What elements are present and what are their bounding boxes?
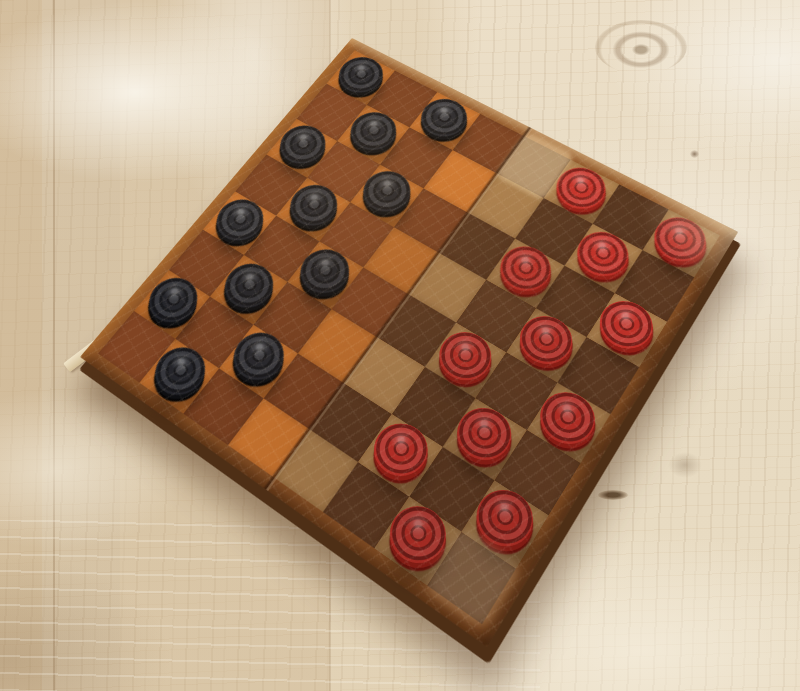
checkers-board: ●●●●●●●●●●●●●●●●●●●●●●●● — [80, 38, 738, 647]
board-grid: ●●●●●●●●●●●●●●●●●●●●●●●● — [98, 50, 720, 624]
wood-knot-swirl — [595, 20, 687, 74]
wood-knot-smudge — [668, 452, 702, 478]
wood-knot-dot — [690, 150, 699, 158]
wood-knot-slit — [598, 490, 628, 500]
scene-photo-checkers: { "game": "checkers", "game_full_name": … — [0, 0, 800, 691]
board-frame: ●●●●●●●●●●●●●●●●●●●●●●●● — [80, 38, 738, 647]
